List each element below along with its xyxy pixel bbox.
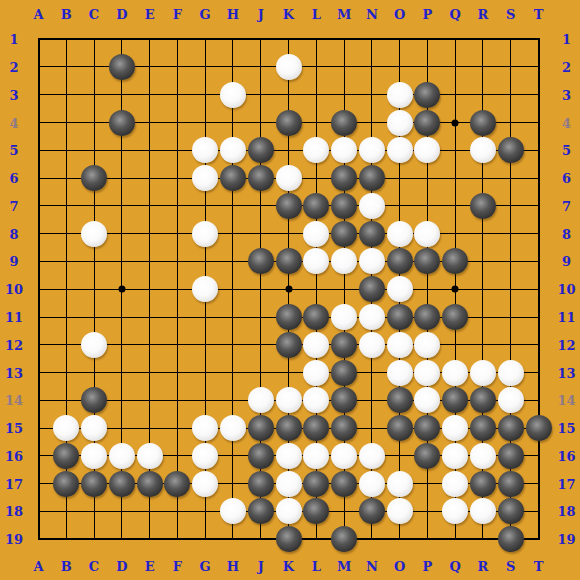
stone-black-K19 bbox=[276, 526, 302, 552]
coord-label-right-7: 7 bbox=[562, 199, 571, 212]
stone-black-J18 bbox=[248, 498, 274, 524]
stone-black-N18 bbox=[359, 498, 385, 524]
stone-black-Q14 bbox=[442, 387, 468, 413]
stone-white-M11 bbox=[331, 304, 357, 330]
stone-black-N10 bbox=[359, 276, 385, 302]
stone-white-K18 bbox=[276, 498, 302, 524]
coord-label-top-P: P bbox=[423, 8, 433, 21]
star-point-D10 bbox=[118, 286, 125, 293]
coord-label-bottom-C: C bbox=[89, 560, 99, 573]
stone-black-N8 bbox=[359, 221, 385, 247]
coord-label-left-11: 11 bbox=[5, 311, 23, 324]
stone-black-T15 bbox=[526, 415, 552, 441]
stone-white-S14 bbox=[498, 387, 524, 413]
coord-label-bottom-H: H bbox=[227, 560, 239, 573]
stone-white-C12 bbox=[81, 332, 107, 358]
coord-label-top-S: S bbox=[506, 8, 515, 21]
stone-white-C16 bbox=[81, 443, 107, 469]
coord-label-right-4: 4 bbox=[562, 116, 571, 129]
stone-black-J16 bbox=[248, 443, 274, 469]
coord-label-left-17: 17 bbox=[5, 477, 23, 490]
stone-white-N12 bbox=[359, 332, 385, 358]
stone-black-M15 bbox=[331, 415, 357, 441]
stone-white-N16 bbox=[359, 443, 385, 469]
stone-black-S15 bbox=[498, 415, 524, 441]
stone-black-E17 bbox=[137, 471, 163, 497]
coord-label-left-1: 1 bbox=[9, 33, 18, 46]
coord-label-bottom-E: E bbox=[145, 560, 155, 573]
stone-white-Q16 bbox=[442, 443, 468, 469]
coord-label-left-4: 4 bbox=[9, 116, 18, 129]
stone-black-L15 bbox=[303, 415, 329, 441]
coord-label-right-19: 19 bbox=[557, 533, 575, 546]
stone-black-R15 bbox=[470, 415, 496, 441]
coord-label-top-B: B bbox=[61, 8, 72, 21]
stone-black-S16 bbox=[498, 443, 524, 469]
stone-black-B16 bbox=[53, 443, 79, 469]
coord-label-left-13: 13 bbox=[5, 366, 23, 379]
coord-label-bottom-T: T bbox=[534, 560, 544, 573]
stone-black-H6 bbox=[220, 165, 246, 191]
stone-black-Q9 bbox=[442, 248, 468, 274]
stone-white-P12 bbox=[414, 332, 440, 358]
stone-white-C15 bbox=[81, 415, 107, 441]
goban[interactable]: AABBCCDDEEFFGGHHJJKKLLMMNNOOPPQQRRSSTT11… bbox=[0, 0, 580, 580]
coord-label-right-16: 16 bbox=[557, 449, 575, 462]
coord-label-right-1: 1 bbox=[562, 33, 571, 46]
coord-label-right-12: 12 bbox=[557, 338, 575, 351]
coord-label-bottom-B: B bbox=[61, 560, 72, 573]
coord-label-top-D: D bbox=[116, 8, 127, 21]
coord-label-top-F: F bbox=[173, 8, 182, 21]
stone-white-P5 bbox=[414, 137, 440, 163]
coord-label-bottom-P: P bbox=[423, 560, 433, 573]
stone-black-J6 bbox=[248, 165, 274, 191]
stone-black-O11 bbox=[387, 304, 413, 330]
coord-label-left-3: 3 bbox=[9, 88, 18, 101]
stone-black-M4 bbox=[331, 110, 357, 136]
coord-label-bottom-Q: Q bbox=[450, 560, 461, 573]
stone-white-L16 bbox=[303, 443, 329, 469]
stone-black-C17 bbox=[81, 471, 107, 497]
stone-white-H18 bbox=[220, 498, 246, 524]
stone-black-R7 bbox=[470, 193, 496, 219]
coord-label-top-C: C bbox=[89, 8, 99, 21]
stone-white-R5 bbox=[470, 137, 496, 163]
stone-white-N9 bbox=[359, 248, 385, 274]
coord-label-left-15: 15 bbox=[5, 422, 23, 435]
coord-label-right-18: 18 bbox=[557, 505, 575, 518]
stone-black-S19 bbox=[498, 526, 524, 552]
coord-label-top-K: K bbox=[283, 8, 294, 21]
stone-white-N5 bbox=[359, 137, 385, 163]
stone-black-R14 bbox=[470, 387, 496, 413]
stone-black-Q11 bbox=[442, 304, 468, 330]
stone-black-S5 bbox=[498, 137, 524, 163]
stone-white-O3 bbox=[387, 82, 413, 108]
stone-black-D17 bbox=[109, 471, 135, 497]
stone-black-K15 bbox=[276, 415, 302, 441]
stone-white-N7 bbox=[359, 193, 385, 219]
coord-label-bottom-A: A bbox=[33, 560, 43, 573]
coord-label-top-R: R bbox=[478, 8, 489, 21]
stone-black-K9 bbox=[276, 248, 302, 274]
stone-black-P3 bbox=[414, 82, 440, 108]
coord-label-top-G: G bbox=[200, 8, 211, 21]
coord-label-bottom-J: J bbox=[258, 560, 264, 573]
stone-white-Q17 bbox=[442, 471, 468, 497]
stone-black-J17 bbox=[248, 471, 274, 497]
coord-label-right-8: 8 bbox=[562, 227, 571, 240]
coord-label-bottom-F: F bbox=[173, 560, 182, 573]
stone-white-O8 bbox=[387, 221, 413, 247]
stone-white-M5 bbox=[331, 137, 357, 163]
stone-black-L17 bbox=[303, 471, 329, 497]
stone-white-N11 bbox=[359, 304, 385, 330]
stone-white-R13 bbox=[470, 360, 496, 386]
stone-white-G8 bbox=[192, 221, 218, 247]
stone-white-K6 bbox=[276, 165, 302, 191]
stone-black-D4 bbox=[109, 110, 135, 136]
coord-label-left-12: 12 bbox=[5, 338, 23, 351]
coord-label-right-9: 9 bbox=[562, 255, 571, 268]
stone-white-C8 bbox=[81, 221, 107, 247]
coord-label-left-18: 18 bbox=[5, 505, 23, 518]
stone-black-P15 bbox=[414, 415, 440, 441]
coord-label-top-E: E bbox=[145, 8, 155, 21]
stone-black-M14 bbox=[331, 387, 357, 413]
stone-white-G16 bbox=[192, 443, 218, 469]
coord-label-top-A: A bbox=[33, 8, 43, 21]
stone-white-K2 bbox=[276, 54, 302, 80]
coord-label-top-N: N bbox=[366, 8, 378, 21]
stone-white-L5 bbox=[303, 137, 329, 163]
coord-label-right-17: 17 bbox=[557, 477, 575, 490]
coord-label-bottom-R: R bbox=[478, 560, 489, 573]
stone-white-B15 bbox=[53, 415, 79, 441]
stone-black-O14 bbox=[387, 387, 413, 413]
stone-white-K16 bbox=[276, 443, 302, 469]
stone-black-C14 bbox=[81, 387, 107, 413]
stone-white-R16 bbox=[470, 443, 496, 469]
coord-label-left-10: 10 bbox=[5, 283, 23, 296]
stone-white-G17 bbox=[192, 471, 218, 497]
coord-label-left-19: 19 bbox=[5, 533, 23, 546]
coord-label-bottom-M: M bbox=[337, 560, 351, 573]
stone-white-H15 bbox=[220, 415, 246, 441]
stone-black-K11 bbox=[276, 304, 302, 330]
stone-black-M12 bbox=[331, 332, 357, 358]
coord-label-right-5: 5 bbox=[562, 144, 571, 157]
coord-label-right-15: 15 bbox=[557, 422, 575, 435]
star-point-Q4 bbox=[452, 119, 459, 126]
coord-label-bottom-K: K bbox=[283, 560, 294, 573]
coord-label-top-H: H bbox=[227, 8, 239, 21]
stone-black-K7 bbox=[276, 193, 302, 219]
stone-black-R17 bbox=[470, 471, 496, 497]
stone-white-M16 bbox=[331, 443, 357, 469]
stone-white-H3 bbox=[220, 82, 246, 108]
coord-label-left-5: 5 bbox=[9, 144, 18, 157]
coord-label-top-L: L bbox=[312, 8, 321, 21]
stone-white-K17 bbox=[276, 471, 302, 497]
stone-white-G10 bbox=[192, 276, 218, 302]
coord-label-bottom-O: O bbox=[394, 560, 405, 573]
coord-label-left-2: 2 bbox=[9, 60, 18, 73]
stone-white-D16 bbox=[109, 443, 135, 469]
stone-black-J15 bbox=[248, 415, 274, 441]
stone-white-O18 bbox=[387, 498, 413, 524]
coord-label-right-14: 14 bbox=[557, 394, 575, 407]
stone-black-M13 bbox=[331, 360, 357, 386]
stone-black-J5 bbox=[248, 137, 274, 163]
coord-label-left-14: 14 bbox=[5, 394, 23, 407]
coord-label-bottom-S: S bbox=[506, 560, 515, 573]
coord-label-right-13: 13 bbox=[557, 366, 575, 379]
stone-white-O5 bbox=[387, 137, 413, 163]
coord-label-left-6: 6 bbox=[9, 172, 18, 185]
stone-black-R4 bbox=[470, 110, 496, 136]
coord-label-bottom-L: L bbox=[312, 560, 321, 573]
stone-black-D2 bbox=[109, 54, 135, 80]
coord-label-top-J: J bbox=[258, 8, 264, 21]
stone-white-Q13 bbox=[442, 360, 468, 386]
stone-white-Q18 bbox=[442, 498, 468, 524]
coord-label-top-M: M bbox=[337, 8, 351, 21]
stone-white-G15 bbox=[192, 415, 218, 441]
stone-white-P13 bbox=[414, 360, 440, 386]
stone-white-P14 bbox=[414, 387, 440, 413]
stone-black-B17 bbox=[53, 471, 79, 497]
stone-white-R18 bbox=[470, 498, 496, 524]
stone-white-L8 bbox=[303, 221, 329, 247]
stone-white-H5 bbox=[220, 137, 246, 163]
stone-black-S18 bbox=[498, 498, 524, 524]
stone-black-P9 bbox=[414, 248, 440, 274]
stone-black-M6 bbox=[331, 165, 357, 191]
coord-label-bottom-G: G bbox=[200, 560, 211, 573]
coord-label-top-Q: Q bbox=[450, 8, 461, 21]
coord-label-bottom-N: N bbox=[366, 560, 378, 573]
stone-white-O10 bbox=[387, 276, 413, 302]
stone-black-P4 bbox=[414, 110, 440, 136]
stone-white-O13 bbox=[387, 360, 413, 386]
stone-black-M7 bbox=[331, 193, 357, 219]
stone-black-J9 bbox=[248, 248, 274, 274]
stone-black-K4 bbox=[276, 110, 302, 136]
stone-white-E16 bbox=[137, 443, 163, 469]
stone-white-S13 bbox=[498, 360, 524, 386]
coord-label-right-2: 2 bbox=[562, 60, 571, 73]
stone-black-F17 bbox=[164, 471, 190, 497]
stone-black-O15 bbox=[387, 415, 413, 441]
stone-black-M8 bbox=[331, 221, 357, 247]
stone-black-M17 bbox=[331, 471, 357, 497]
stone-black-K12 bbox=[276, 332, 302, 358]
stone-white-Q15 bbox=[442, 415, 468, 441]
stone-white-K14 bbox=[276, 387, 302, 413]
star-point-K10 bbox=[285, 286, 292, 293]
stone-black-O9 bbox=[387, 248, 413, 274]
stone-black-P11 bbox=[414, 304, 440, 330]
coord-label-left-9: 9 bbox=[9, 255, 18, 268]
stone-black-L18 bbox=[303, 498, 329, 524]
coord-label-right-6: 6 bbox=[562, 172, 571, 185]
stone-black-C6 bbox=[81, 165, 107, 191]
coord-label-right-3: 3 bbox=[562, 88, 571, 101]
coord-label-top-O: O bbox=[394, 8, 405, 21]
stone-white-M9 bbox=[331, 248, 357, 274]
stone-white-G6 bbox=[192, 165, 218, 191]
stone-black-N6 bbox=[359, 165, 385, 191]
coord-label-left-16: 16 bbox=[5, 449, 23, 462]
stone-white-L14 bbox=[303, 387, 329, 413]
coord-label-top-T: T bbox=[534, 8, 544, 21]
stone-white-N17 bbox=[359, 471, 385, 497]
coord-label-left-7: 7 bbox=[9, 199, 18, 212]
coord-label-bottom-D: D bbox=[116, 560, 127, 573]
stone-white-L13 bbox=[303, 360, 329, 386]
coord-label-right-11: 11 bbox=[557, 311, 575, 324]
stone-black-S17 bbox=[498, 471, 524, 497]
coord-label-left-8: 8 bbox=[9, 227, 18, 240]
stone-white-O4 bbox=[387, 110, 413, 136]
star-point-Q10 bbox=[452, 286, 459, 293]
stone-white-P8 bbox=[414, 221, 440, 247]
stone-white-L12 bbox=[303, 332, 329, 358]
stone-white-O12 bbox=[387, 332, 413, 358]
stone-black-L7 bbox=[303, 193, 329, 219]
stone-white-L9 bbox=[303, 248, 329, 274]
stone-black-M19 bbox=[331, 526, 357, 552]
stone-white-J14 bbox=[248, 387, 274, 413]
coord-label-right-10: 10 bbox=[557, 283, 575, 296]
stone-black-P16 bbox=[414, 443, 440, 469]
stone-black-L11 bbox=[303, 304, 329, 330]
stone-white-G5 bbox=[192, 137, 218, 163]
stone-white-O17 bbox=[387, 471, 413, 497]
